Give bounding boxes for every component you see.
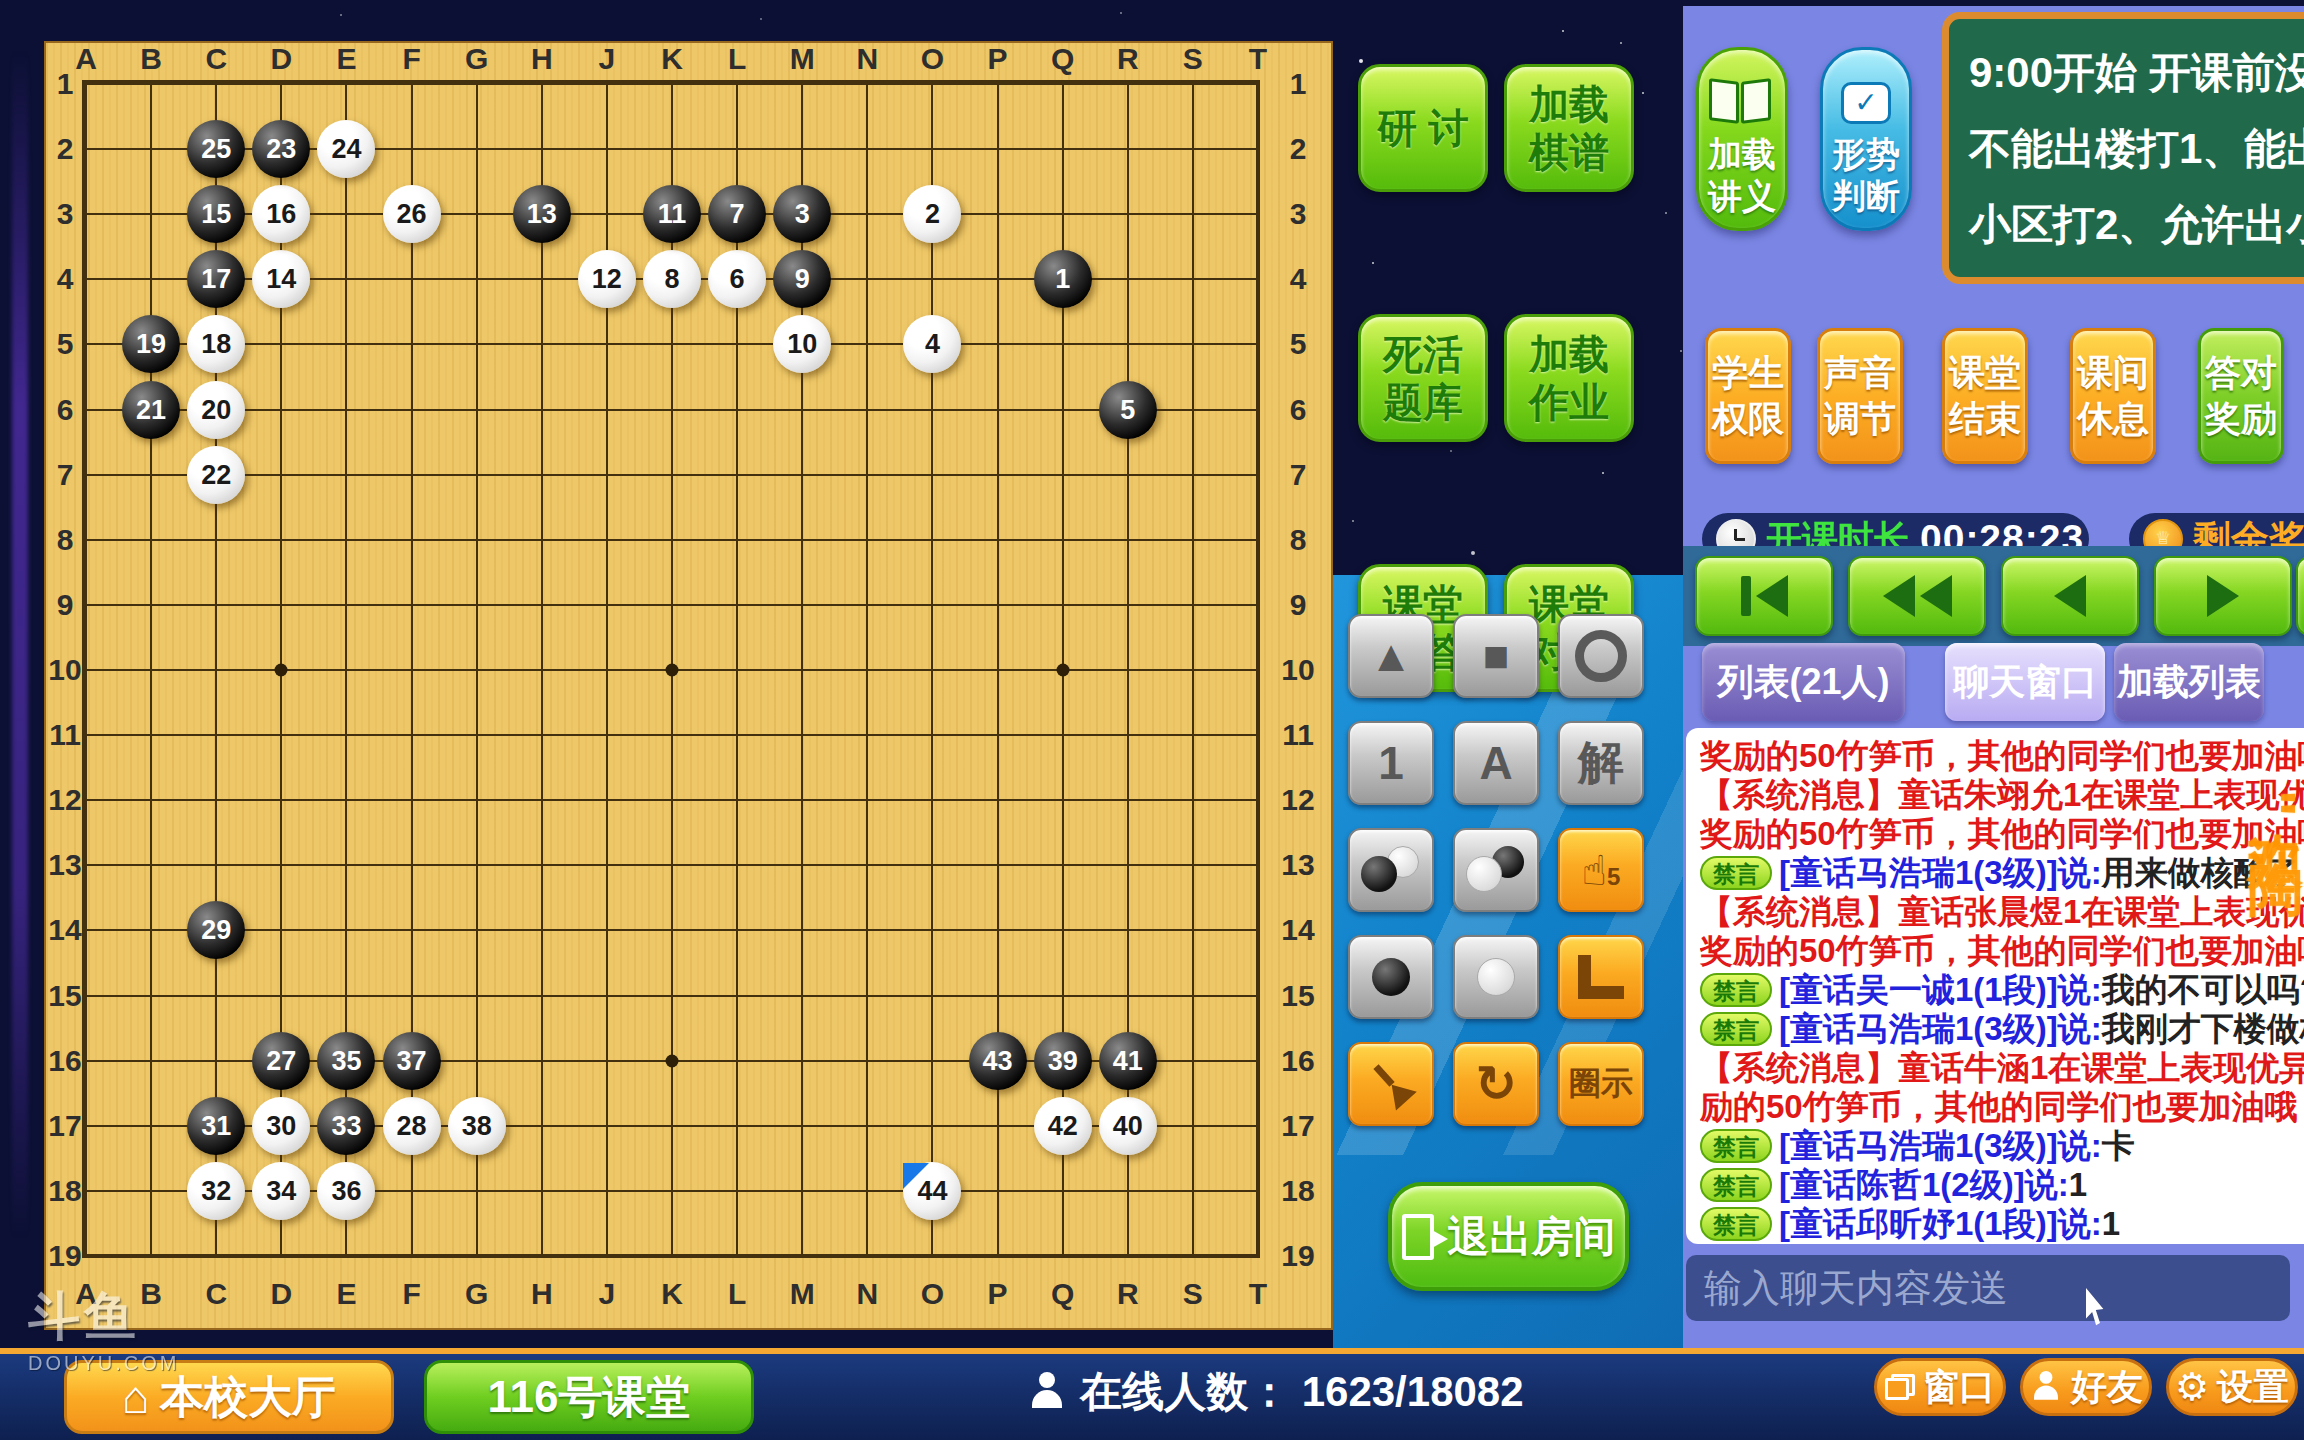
board-coordinate-label: A — [75, 42, 97, 76]
board-coordinate-label: 18 — [1281, 1174, 1314, 1208]
position-judge-button[interactable]: ✓ 形势 判断 — [1820, 47, 1912, 231]
stone-black-E17: 33 — [317, 1097, 375, 1155]
white-stone-icon — [1477, 958, 1515, 996]
star-point — [665, 663, 678, 676]
control-button-label: 奖励 — [2205, 396, 2277, 442]
answer-icon: 解 — [1578, 732, 1624, 794]
chat-username: [童话马浩瑞1(3级)]说: — [1779, 1009, 2102, 1048]
board-coordinate-label: P — [988, 42, 1008, 76]
board-coordinate-label: O — [921, 42, 944, 76]
chat-username: [童话马浩瑞1(3级)]说: — [1779, 853, 2102, 892]
chalkboard-line: 不能出楼打1、能出 — [1969, 111, 2304, 187]
control-button-label: 课堂 — [1949, 350, 2021, 396]
board-coordinate-label: 5 — [1290, 327, 1307, 361]
circle-mark-icon — [1575, 630, 1627, 682]
stone-white-C18: 32 — [187, 1162, 245, 1220]
board-coordinate-label: E — [336, 42, 356, 76]
hand-pointer-tool[interactable]: ☝5 — [1558, 828, 1644, 912]
control-button-label: 调节 — [1824, 396, 1896, 442]
stone-black-K3: 11 — [643, 185, 701, 243]
clear-board-tool[interactable] — [1348, 1042, 1434, 1126]
stone-black-L3: 7 — [708, 185, 766, 243]
tab-3[interactable]: 加载列表 — [2114, 643, 2264, 721]
menu-button-label: 作业 — [1529, 378, 1609, 426]
stone-black-R16: 41 — [1099, 1032, 1157, 1090]
settings-button[interactable]: ⚙ 设置 — [2166, 1358, 2298, 1416]
control-button-4[interactable]: 课间休息 — [2070, 328, 2156, 464]
system-message: 奖励的50竹笋币，其他的同学们也要加油哦！ — [1700, 736, 2304, 775]
stone-black-R6: 5 — [1099, 381, 1157, 439]
board-coordinate-label: C — [205, 1277, 227, 1311]
board-coordinate-label: S — [1183, 42, 1203, 76]
chat-input[interactable]: 输入聊天内容发送 — [1686, 1255, 2290, 1321]
board-coordinate-label: S — [1183, 1277, 1203, 1311]
stone-black-C2: 25 — [187, 120, 245, 178]
board-coordinate-label: 1 — [57, 67, 74, 101]
chat-username: [童话马浩瑞1(3级)]说: — [1779, 1126, 2102, 1165]
mute-button[interactable]: 禁言 — [1700, 973, 1772, 1007]
stone-white-Q17: 42 — [1034, 1097, 1092, 1155]
board-coordinate-label: M — [790, 1277, 815, 1311]
hand-pointer-icon: ☝5 — [1582, 846, 1621, 895]
stone-white-D18: 34 — [252, 1162, 310, 1220]
chat-text: 卡 — [2102, 1126, 2135, 1165]
stone-black-F16: 37 — [383, 1032, 441, 1090]
stone-white-C7: 22 — [187, 446, 245, 504]
board-coordinate-label: E — [336, 1277, 356, 1311]
control-button-3[interactable]: 课堂结束 — [1942, 328, 2028, 464]
board-coordinate-label: C — [205, 42, 227, 76]
board-coordinate-label: 8 — [57, 523, 74, 557]
white-black-alternate-icon — [1466, 846, 1526, 894]
black-white-alternate-icon — [1361, 846, 1421, 894]
black-white-alternate-tool[interactable] — [1348, 828, 1434, 912]
circle-show-icon: 圈示 — [1569, 1062, 1633, 1106]
number-mark-icon: 1 — [1378, 736, 1404, 790]
stone-white-D17: 30 — [252, 1097, 310, 1155]
board-coordinate-label: H — [531, 1277, 553, 1311]
lesson-chalkboard: 9:00开始 开课前没 不能出楼打1、能出 小区打2、允许出小 — [1942, 12, 2304, 284]
position-judge-label-2: 判断 — [1832, 176, 1900, 216]
nav-step-forward-button[interactable] — [2154, 556, 2292, 636]
menu-button-label: 加载 — [1529, 330, 1609, 378]
board-coordinate-label: 10 — [48, 653, 81, 687]
position-judge-label-1: 形势 — [1832, 134, 1900, 174]
circle-mark-tool[interactable] — [1558, 614, 1644, 698]
online-count-label: 在线人数： 1623/18082 — [1080, 1364, 1524, 1420]
board-coordinate-label: 18 — [48, 1174, 81, 1208]
control-button-label: 学生 — [1712, 350, 1784, 396]
window-label: 窗口 — [1923, 1363, 1995, 1412]
friends-button[interactable]: 好友 — [2020, 1358, 2152, 1416]
douyu-logo-subtext: DOUYU.COM — [28, 1352, 179, 1375]
clear-board-icon — [1365, 1058, 1417, 1111]
friend-icon — [2032, 1371, 2059, 1403]
board-coordinate-label: J — [599, 1277, 616, 1311]
board-coordinate-label: 8 — [1290, 523, 1307, 557]
room-watermark: 欢迎"陶 — [2238, 790, 2304, 1230]
answer-tool[interactable]: 解 — [1558, 721, 1644, 805]
board-coordinate-label: 13 — [1281, 848, 1314, 882]
board-coordinate-label: 5 — [57, 327, 74, 361]
board-coordinate-label: N — [856, 1277, 878, 1311]
board-coordinate-label: 14 — [48, 913, 81, 947]
nav-fast-rewind-button[interactable] — [1848, 556, 1986, 636]
board-coordinate-label: D — [270, 1277, 292, 1311]
stone-black-P16: 43 — [969, 1032, 1027, 1090]
system-message: 【系统消息】童话朱翊允1在课堂上表现优异，奖 — [1700, 775, 2304, 814]
mute-button[interactable]: 禁言 — [1700, 1129, 1772, 1163]
school-hall-label: 本校大厅 — [160, 1368, 336, 1427]
chat-username: [童话邱昕妤1(1段)]说: — [1779, 1204, 2102, 1243]
friends-label: 好友 — [2071, 1363, 2143, 1412]
stone-black-H3: 13 — [513, 185, 571, 243]
system-message: 【系统消息】童话张晨煜1在课堂上表现优异 — [1700, 892, 2304, 931]
douyu-logo-text: 斗鱼 — [28, 1282, 179, 1352]
board-coordinate-label: 16 — [48, 1044, 81, 1078]
board-coordinate-label: 3 — [1290, 197, 1307, 231]
board-coordinate-label: 15 — [48, 979, 81, 1013]
board-coordinate-label: 2 — [57, 132, 74, 166]
settings-label: 设置 — [2217, 1363, 2289, 1412]
mute-button[interactable]: 禁言 — [1700, 1207, 1772, 1241]
stone-black-D16: 27 — [252, 1032, 310, 1090]
chat-message: 禁言[童话马浩瑞1(3级)]说:用来做核酸了， — [1700, 853, 2304, 892]
board-coordinate-label: 7 — [57, 458, 74, 492]
board-coordinate-label: M — [790, 42, 815, 76]
board-coordinate-label: T — [1249, 42, 1267, 76]
board-coordinate-label: 17 — [48, 1109, 81, 1143]
window-button[interactable]: 窗口 — [1874, 1358, 2006, 1416]
board-coordinate-label: 12 — [1281, 783, 1314, 817]
stone-black-Q16: 39 — [1034, 1032, 1092, 1090]
refresh-icon: ↻ — [1475, 1055, 1517, 1113]
exit-door-icon — [1402, 1214, 1434, 1260]
menu-button-3[interactable]: 死活题库 — [1358, 314, 1488, 442]
control-button-label: 声音 — [1824, 350, 1896, 396]
white-black-alternate-tool[interactable] — [1453, 828, 1539, 912]
square-mark-icon: ■ — [1483, 631, 1510, 681]
check-bubble-icon: ✓ — [1841, 82, 1891, 124]
chat-message: 禁言[童话马浩瑞1(3级)]说:我刚才下楼做核酸 — [1700, 1009, 2304, 1048]
stone-white-R17: 40 — [1099, 1097, 1157, 1155]
chalkboard-line: 小区打2、允许出小 — [1969, 187, 2304, 263]
go-board-panel: AABBCCDDEEFFGGHHJJKKLLMMNNOOPPQQRRSSTT11… — [44, 41, 1333, 1330]
douyu-watermark: 斗鱼 DOUYU.COM — [28, 1282, 179, 1375]
control-button-label: 休息 — [2077, 396, 2149, 442]
board-coordinate-label: 6 — [57, 393, 74, 427]
white-stone-tool[interactable] — [1453, 935, 1539, 1019]
classroom-label: 116号课堂 — [488, 1368, 691, 1427]
board-coordinate-label: K — [661, 42, 683, 76]
stone-white-C6: 20 — [187, 381, 245, 439]
load-lecture-button[interactable]: 加载 讲义 — [1696, 47, 1788, 231]
classroom-button[interactable]: 116号课堂 — [424, 1360, 754, 1434]
last-move-marker — [903, 1163, 929, 1189]
control-button-label: 答对 — [2205, 350, 2277, 396]
stone-white-F17: 28 — [383, 1097, 441, 1155]
window-icon — [1885, 1374, 1915, 1400]
star-point — [1056, 663, 1069, 676]
chat-message: 禁言[童话吴一诚1(1段)]说:我的不可以吗? — [1700, 970, 2304, 1009]
tab-2[interactable]: 聊天窗口 — [1945, 643, 2105, 721]
control-button-label: 权限 — [1712, 396, 1784, 442]
board-coordinate-label: J — [599, 42, 616, 76]
star-point — [665, 1054, 678, 1067]
menu-button-label: 研 讨 — [1377, 104, 1468, 152]
open-book-icon — [1709, 80, 1775, 126]
chat-username: [童话吴一诚1(1段)]说: — [1779, 970, 2102, 1009]
system-message: 奖励的50竹笋币，其他的同学们也要加油哦！ — [1700, 814, 2304, 853]
circle-show-tool[interactable]: 圈示 — [1558, 1042, 1644, 1126]
board-coordinate-label: 3 — [57, 197, 74, 231]
exit-room-button[interactable]: 退出房间 — [1388, 1182, 1629, 1291]
mute-button[interactable]: 禁言 — [1700, 1168, 1772, 1202]
board-coordinate-label: F — [402, 1277, 420, 1311]
number-mark-tool[interactable]: 1 — [1348, 721, 1434, 805]
board-coordinate-label: L — [728, 42, 746, 76]
tab-1[interactable]: 列表(21人) — [1702, 643, 1905, 721]
stone-black-E16: 35 — [317, 1032, 375, 1090]
board-coordinate-label: 11 — [49, 718, 81, 752]
menu-button-label: 死活 — [1383, 330, 1463, 378]
chat-message: 禁言[童话邱昕妤1(1段)]说:1 — [1700, 1204, 2304, 1243]
nav-skip-start-button[interactable] — [1695, 556, 1833, 636]
board-coordinate-label: 19 — [48, 1239, 81, 1273]
black-stone-icon — [1372, 958, 1410, 996]
online-count: 在线人数： 1623/18082 — [1030, 1364, 1524, 1420]
board-coordinate-label: D — [270, 42, 292, 76]
board-coordinate-label: K — [661, 1277, 683, 1311]
board-coordinate-label: 1 — [1290, 67, 1307, 101]
board-coordinate-label: L — [728, 1277, 746, 1311]
square-mark-tool[interactable]: ■ — [1453, 614, 1539, 698]
refresh-tool[interactable]: ↻ — [1453, 1042, 1539, 1126]
app-screen: AABBCCDDEEFFGGHHJJKKLLMMNNOOPPQQRRSSTT11… — [0, 0, 2304, 1440]
stone-white-J4: 12 — [578, 250, 636, 308]
board-coordinate-label: 17 — [1281, 1109, 1314, 1143]
control-button-5[interactable]: 答对奖励 — [2198, 328, 2284, 464]
stone-black-C17: 31 — [187, 1097, 245, 1155]
board-coordinate-label: B — [140, 42, 162, 76]
board-coordinate-label: 9 — [1290, 588, 1307, 622]
board-coordinate-label: R — [1117, 1277, 1139, 1311]
star-point — [275, 663, 288, 676]
chalkboard-line: 9:00开始 开课前没 — [1969, 35, 2304, 111]
black-stone-tool[interactable] — [1348, 935, 1434, 1019]
board-coordinate-label: 4 — [1290, 262, 1307, 296]
stone-black-Q4: 1 — [1034, 250, 1092, 308]
board-coordinate-label: T — [1249, 1277, 1267, 1311]
menu-button-label: 棋谱 — [1529, 128, 1609, 176]
chat-message: 禁言[童话马浩瑞1(3级)]说:卡 — [1700, 1126, 2304, 1165]
exit-room-label: 退出房间 — [1448, 1209, 1616, 1265]
letter-mark-tool[interactable]: A — [1453, 721, 1539, 805]
menu-button-2[interactable]: 加载棋谱 — [1504, 64, 1634, 192]
system-message: 【系统消息】童话牛涵1在课堂上表现优异，奖 — [1700, 1048, 2304, 1087]
board-coordinate-label: 13 — [48, 848, 81, 882]
board-coordinate-label: O — [921, 1277, 944, 1311]
ruler-icon — [1578, 955, 1624, 999]
mute-button[interactable]: 禁言 — [1700, 1012, 1772, 1046]
stone-white-G17: 38 — [448, 1097, 506, 1155]
letter-mark-icon: A — [1479, 736, 1512, 790]
board-coordinate-label: 16 — [1281, 1044, 1314, 1078]
board-coordinate-label: H — [531, 42, 553, 76]
gear-icon: ⚙ — [2175, 1368, 2209, 1406]
menu-button-label: 加载 — [1529, 80, 1609, 128]
board-coordinate-label: P — [988, 1277, 1008, 1311]
board-coordinate-label: 7 — [1290, 458, 1307, 492]
stone-black-B6: 21 — [122, 381, 180, 439]
control-button-2[interactable]: 声音调节 — [1817, 328, 1903, 464]
load-lecture-label-2: 讲义 — [1708, 176, 1776, 216]
menu-button-label: 题库 — [1383, 378, 1463, 426]
board-coordinate-label: 15 — [1281, 979, 1314, 1013]
board-coordinate-label: 11 — [1282, 718, 1314, 752]
chat-window: 奖励的50竹笋币，其他的同学们也要加油哦！【系统消息】童话朱翊允1在课堂上表现优… — [1686, 728, 2304, 1244]
board-coordinate-label: 10 — [1281, 653, 1314, 687]
stone-white-K4: 8 — [643, 250, 701, 308]
load-lecture-label-1: 加载 — [1708, 134, 1776, 174]
triangle-mark-tool[interactable]: ▲ — [1348, 614, 1434, 698]
control-button-label: 结束 — [1949, 396, 2021, 442]
chat-username: [童话陈哲1(2级)]说: — [1779, 1165, 2069, 1204]
nav-step-back-button[interactable] — [2001, 556, 2139, 636]
board-coordinate-label: 12 — [48, 783, 81, 817]
triangle-mark-icon: ▲ — [1369, 631, 1413, 681]
board-coordinate-label: G — [465, 1277, 488, 1311]
board-coordinate-label: 2 — [1290, 132, 1307, 166]
control-button-label: 课间 — [2077, 350, 2149, 396]
menu-button-4[interactable]: 加载作业 — [1504, 314, 1634, 442]
board-coordinate-label: N — [856, 42, 878, 76]
board-coordinate-label: Q — [1051, 42, 1074, 76]
board-coordinate-label: F — [402, 42, 420, 76]
chat-message: 禁言[童话陈哲1(2级)]说:1 — [1700, 1165, 2304, 1204]
nav-clipped-button[interactable] — [2296, 556, 2304, 636]
board-coordinate-label: R — [1117, 42, 1139, 76]
stone-white-E18: 36 — [317, 1162, 375, 1220]
board-coordinate-label: 9 — [57, 588, 74, 622]
control-button-1[interactable]: 学生权限 — [1705, 328, 1791, 464]
mute-button[interactable]: 禁言 — [1700, 856, 1772, 890]
ruler-tool[interactable] — [1558, 935, 1644, 1019]
board-coordinate-label: 19 — [1281, 1239, 1314, 1273]
board-coordinate-label: 4 — [57, 262, 74, 296]
board-coordinate-label: G — [465, 42, 488, 76]
board-coordinate-label: 14 — [1281, 913, 1314, 947]
chat-text: 1 — [2102, 1204, 2120, 1243]
system-message: 励的50竹笋币，其他的同学们也要加油哦！ — [1700, 1087, 2304, 1126]
menu-button-1[interactable]: 研 讨 — [1358, 64, 1488, 192]
board-coordinate-label: Q — [1051, 1277, 1074, 1311]
home-icon: ⌂ — [122, 1374, 150, 1420]
board-coordinate-label: 6 — [1290, 393, 1307, 427]
left-edge-light-streak — [12, 50, 28, 1240]
stone-white-F3: 26 — [383, 185, 441, 243]
person-icon — [1030, 1372, 1064, 1412]
starfield-decoration — [0, 0, 2, 2]
chat-text: 1 — [2069, 1165, 2087, 1204]
system-message: 奖励的50竹笋币，其他的同学们也要加油哦！ — [1700, 931, 2304, 970]
